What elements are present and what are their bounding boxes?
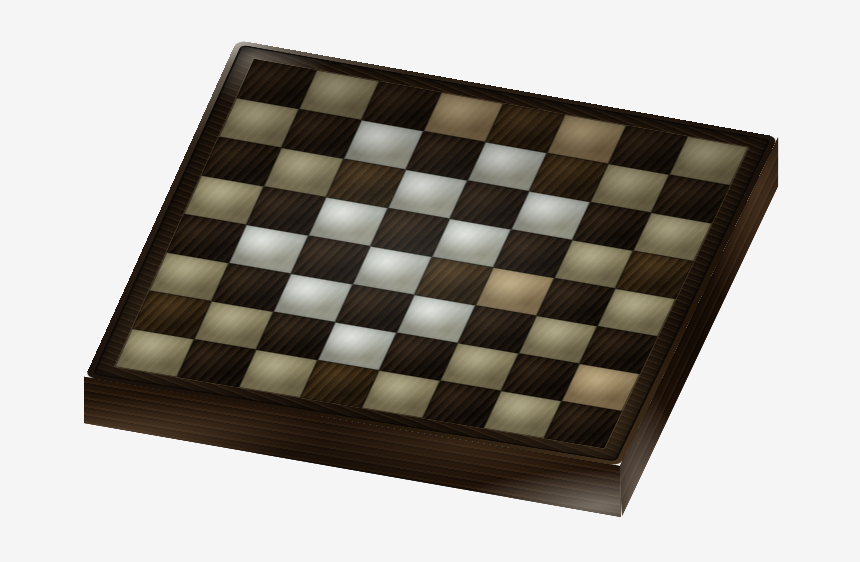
scene — [0, 0, 860, 562]
